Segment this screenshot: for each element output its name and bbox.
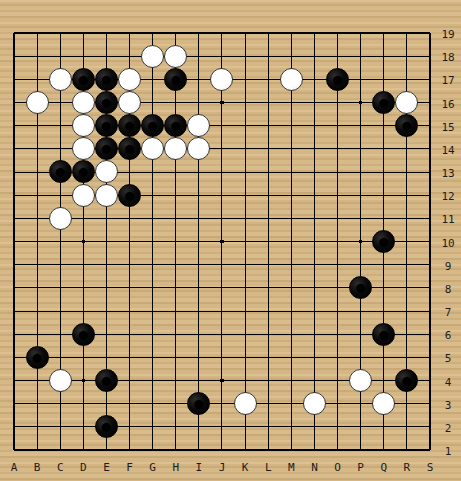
intersection-e16[interactable]: ●: [95, 91, 118, 114]
intersection-p11[interactable]: [349, 207, 372, 230]
intersection-h4[interactable]: [164, 369, 187, 392]
intersection-c11[interactable]: ○: [49, 207, 72, 230]
intersection-p17[interactable]: [349, 68, 372, 91]
intersection-i10[interactable]: [187, 230, 210, 253]
intersection-i17[interactable]: [187, 68, 210, 91]
intersection-e3[interactable]: [95, 392, 118, 415]
intersection-h3[interactable]: [164, 392, 187, 415]
intersection-g8[interactable]: [141, 276, 164, 299]
intersection-e1[interactable]: [95, 438, 118, 461]
intersection-r15[interactable]: ●: [395, 114, 418, 137]
intersection-q11[interactable]: [372, 207, 395, 230]
intersection-k2[interactable]: [233, 415, 256, 438]
intersection-l13[interactable]: [257, 160, 280, 183]
intersection-m18[interactable]: [280, 45, 303, 68]
intersection-i11[interactable]: [187, 207, 210, 230]
intersection-r4[interactable]: ●: [395, 369, 418, 392]
intersection-c9[interactable]: [49, 253, 72, 276]
intersection-a14[interactable]: [2, 137, 25, 160]
intersection-c2[interactable]: [49, 415, 72, 438]
intersection-g6[interactable]: [141, 322, 164, 345]
intersection-m13[interactable]: [280, 160, 303, 183]
intersection-e2[interactable]: ●: [95, 415, 118, 438]
intersection-l9[interactable]: [257, 253, 280, 276]
intersection-k12[interactable]: [233, 183, 256, 206]
intersection-e8[interactable]: [95, 276, 118, 299]
intersection-i13[interactable]: [187, 160, 210, 183]
intersection-l2[interactable]: [257, 415, 280, 438]
intersection-l4[interactable]: [257, 369, 280, 392]
intersection-g2[interactable]: [141, 415, 164, 438]
intersection-d17[interactable]: ●: [72, 68, 95, 91]
intersection-n7[interactable]: [303, 299, 326, 322]
intersection-g7[interactable]: [141, 299, 164, 322]
intersection-p16[interactable]: [349, 91, 372, 114]
intersection-n5[interactable]: [303, 346, 326, 369]
intersection-l6[interactable]: [257, 322, 280, 345]
intersection-c19[interactable]: [49, 21, 72, 44]
intersection-q16[interactable]: ●: [372, 91, 395, 114]
intersection-a13[interactable]: [2, 160, 25, 183]
intersection-b12[interactable]: [26, 183, 49, 206]
intersection-j11[interactable]: [210, 207, 233, 230]
intersection-o14[interactable]: [326, 137, 349, 160]
intersection-r6[interactable]: [395, 322, 418, 345]
intersection-f9[interactable]: [118, 253, 141, 276]
intersection-p4[interactable]: ○: [349, 369, 372, 392]
intersection-k6[interactable]: [233, 322, 256, 345]
intersection-k8[interactable]: [233, 276, 256, 299]
intersection-k9[interactable]: [233, 253, 256, 276]
intersection-c15[interactable]: [49, 114, 72, 137]
intersection-l19[interactable]: [257, 21, 280, 44]
intersection-m5[interactable]: [280, 346, 303, 369]
intersection-s18[interactable]: [418, 45, 441, 68]
intersection-k19[interactable]: [233, 21, 256, 44]
intersection-q12[interactable]: [372, 183, 395, 206]
intersection-j2[interactable]: [210, 415, 233, 438]
intersection-a11[interactable]: [2, 207, 25, 230]
intersection-g16[interactable]: [141, 91, 164, 114]
intersection-k1[interactable]: [233, 438, 256, 461]
intersection-s10[interactable]: [418, 230, 441, 253]
intersection-o15[interactable]: [326, 114, 349, 137]
intersection-r16[interactable]: ○: [395, 91, 418, 114]
intersection-j9[interactable]: [210, 253, 233, 276]
intersection-c13[interactable]: ●: [49, 160, 72, 183]
intersection-h7[interactable]: [164, 299, 187, 322]
intersection-n19[interactable]: [303, 21, 326, 44]
intersection-l15[interactable]: [257, 114, 280, 137]
intersection-o3[interactable]: [326, 392, 349, 415]
intersection-s11[interactable]: [418, 207, 441, 230]
intersection-f10[interactable]: [118, 230, 141, 253]
intersection-s2[interactable]: [418, 415, 441, 438]
intersection-d7[interactable]: [72, 299, 95, 322]
intersection-b14[interactable]: [26, 137, 49, 160]
intersection-n17[interactable]: [303, 68, 326, 91]
intersection-k18[interactable]: [233, 45, 256, 68]
intersection-g17[interactable]: [141, 68, 164, 91]
intersection-e11[interactable]: [95, 207, 118, 230]
intersection-b11[interactable]: [26, 207, 49, 230]
intersection-q8[interactable]: [372, 276, 395, 299]
intersection-j5[interactable]: [210, 346, 233, 369]
intersection-e4[interactable]: ●: [95, 369, 118, 392]
intersection-k16[interactable]: [233, 91, 256, 114]
intersection-a19[interactable]: [2, 21, 25, 44]
intersection-q5[interactable]: [372, 346, 395, 369]
intersection-e10[interactable]: [95, 230, 118, 253]
intersection-d12[interactable]: ○: [72, 183, 95, 206]
intersection-h15[interactable]: ●: [164, 114, 187, 137]
intersection-c8[interactable]: [49, 276, 72, 299]
intersection-s1[interactable]: [418, 438, 441, 461]
intersection-n15[interactable]: [303, 114, 326, 137]
intersection-e19[interactable]: [95, 21, 118, 44]
intersection-g9[interactable]: [141, 253, 164, 276]
intersection-i9[interactable]: [187, 253, 210, 276]
intersection-i18[interactable]: [187, 45, 210, 68]
intersection-n6[interactable]: [303, 322, 326, 345]
intersection-f8[interactable]: [118, 276, 141, 299]
intersection-b8[interactable]: [26, 276, 49, 299]
intersection-j6[interactable]: [210, 322, 233, 345]
intersection-m12[interactable]: [280, 183, 303, 206]
intersection-p19[interactable]: [349, 21, 372, 44]
intersection-g13[interactable]: [141, 160, 164, 183]
intersection-r11[interactable]: [395, 207, 418, 230]
intersection-d3[interactable]: [72, 392, 95, 415]
intersection-l12[interactable]: [257, 183, 280, 206]
intersection-f13[interactable]: [118, 160, 141, 183]
intersection-b9[interactable]: [26, 253, 49, 276]
intersection-q9[interactable]: [372, 253, 395, 276]
intersection-c17[interactable]: ○: [49, 68, 72, 91]
intersection-r7[interactable]: [395, 299, 418, 322]
intersection-i4[interactable]: [187, 369, 210, 392]
intersection-l7[interactable]: [257, 299, 280, 322]
intersection-r3[interactable]: [395, 392, 418, 415]
intersection-o6[interactable]: [326, 322, 349, 345]
intersection-k4[interactable]: [233, 369, 256, 392]
intersection-h18[interactable]: ○: [164, 45, 187, 68]
intersection-d5[interactable]: [72, 346, 95, 369]
intersection-g5[interactable]: [141, 346, 164, 369]
intersection-j17[interactable]: ○: [210, 68, 233, 91]
intersection-p12[interactable]: [349, 183, 372, 206]
intersection-h13[interactable]: [164, 160, 187, 183]
intersection-s13[interactable]: [418, 160, 441, 183]
intersection-j13[interactable]: [210, 160, 233, 183]
intersection-r14[interactable]: [395, 137, 418, 160]
intersection-o8[interactable]: [326, 276, 349, 299]
intersection-j12[interactable]: [210, 183, 233, 206]
intersection-f11[interactable]: [118, 207, 141, 230]
intersection-b3[interactable]: [26, 392, 49, 415]
intersection-i19[interactable]: [187, 21, 210, 44]
intersection-c14[interactable]: [49, 137, 72, 160]
intersection-c10[interactable]: [49, 230, 72, 253]
intersection-q4[interactable]: [372, 369, 395, 392]
intersection-m11[interactable]: [280, 207, 303, 230]
intersection-h2[interactable]: [164, 415, 187, 438]
intersection-d16[interactable]: ○: [72, 91, 95, 114]
intersection-l8[interactable]: [257, 276, 280, 299]
intersection-p14[interactable]: [349, 137, 372, 160]
intersection-b6[interactable]: [26, 322, 49, 345]
intersection-f1[interactable]: [118, 438, 141, 461]
intersection-a8[interactable]: [2, 276, 25, 299]
intersection-s4[interactable]: [418, 369, 441, 392]
intersection-k15[interactable]: [233, 114, 256, 137]
intersection-b18[interactable]: [26, 45, 49, 68]
intersection-m14[interactable]: [280, 137, 303, 160]
intersection-r19[interactable]: [395, 21, 418, 44]
intersection-f7[interactable]: [118, 299, 141, 322]
intersection-l17[interactable]: [257, 68, 280, 91]
intersection-a5[interactable]: [2, 346, 25, 369]
intersection-m17[interactable]: ○: [280, 68, 303, 91]
intersection-r1[interactable]: [395, 438, 418, 461]
intersection-e15[interactable]: ●: [95, 114, 118, 137]
intersection-p9[interactable]: [349, 253, 372, 276]
intersection-s7[interactable]: [418, 299, 441, 322]
intersection-k13[interactable]: [233, 160, 256, 183]
intersection-h10[interactable]: [164, 230, 187, 253]
intersection-r8[interactable]: [395, 276, 418, 299]
intersection-f14[interactable]: ●: [118, 137, 141, 160]
intersection-e18[interactable]: [95, 45, 118, 68]
intersection-i1[interactable]: [187, 438, 210, 461]
intersection-j3[interactable]: [210, 392, 233, 415]
intersection-j7[interactable]: [210, 299, 233, 322]
intersection-c5[interactable]: [49, 346, 72, 369]
intersection-o11[interactable]: [326, 207, 349, 230]
intersection-p5[interactable]: [349, 346, 372, 369]
intersection-h17[interactable]: ●: [164, 68, 187, 91]
intersection-o16[interactable]: [326, 91, 349, 114]
intersection-c6[interactable]: [49, 322, 72, 345]
intersection-l16[interactable]: [257, 91, 280, 114]
intersection-m19[interactable]: [280, 21, 303, 44]
intersection-q7[interactable]: [372, 299, 395, 322]
intersection-s6[interactable]: [418, 322, 441, 345]
intersection-n1[interactable]: [303, 438, 326, 461]
intersection-o18[interactable]: [326, 45, 349, 68]
intersection-e17[interactable]: ●: [95, 68, 118, 91]
intersection-h1[interactable]: [164, 438, 187, 461]
intersection-b17[interactable]: [26, 68, 49, 91]
intersection-n9[interactable]: [303, 253, 326, 276]
intersection-i12[interactable]: [187, 183, 210, 206]
intersection-a12[interactable]: [2, 183, 25, 206]
intersection-j4[interactable]: [210, 369, 233, 392]
intersection-j14[interactable]: [210, 137, 233, 160]
intersection-f3[interactable]: [118, 392, 141, 415]
intersection-a18[interactable]: [2, 45, 25, 68]
intersection-k3[interactable]: ○: [233, 392, 256, 415]
intersection-e12[interactable]: ○: [95, 183, 118, 206]
intersection-p15[interactable]: [349, 114, 372, 137]
intersection-p10[interactable]: [349, 230, 372, 253]
intersection-d15[interactable]: ○: [72, 114, 95, 137]
intersection-m1[interactable]: [280, 438, 303, 461]
intersection-n2[interactable]: [303, 415, 326, 438]
intersection-h11[interactable]: [164, 207, 187, 230]
intersection-g4[interactable]: [141, 369, 164, 392]
intersection-o9[interactable]: [326, 253, 349, 276]
intersection-q10[interactable]: ●: [372, 230, 395, 253]
intersection-f18[interactable]: [118, 45, 141, 68]
intersection-p2[interactable]: [349, 415, 372, 438]
intersection-j16[interactable]: [210, 91, 233, 114]
intersection-c7[interactable]: [49, 299, 72, 322]
intersection-r18[interactable]: [395, 45, 418, 68]
intersection-d19[interactable]: [72, 21, 95, 44]
intersection-h5[interactable]: [164, 346, 187, 369]
intersection-m2[interactable]: [280, 415, 303, 438]
intersection-s3[interactable]: [418, 392, 441, 415]
intersection-l11[interactable]: [257, 207, 280, 230]
intersection-n14[interactable]: [303, 137, 326, 160]
intersection-p6[interactable]: [349, 322, 372, 345]
intersection-g1[interactable]: [141, 438, 164, 461]
intersection-a7[interactable]: [2, 299, 25, 322]
intersection-f16[interactable]: ○: [118, 91, 141, 114]
intersection-o4[interactable]: [326, 369, 349, 392]
intersection-k10[interactable]: [233, 230, 256, 253]
intersection-a16[interactable]: [2, 91, 25, 114]
intersection-q2[interactable]: [372, 415, 395, 438]
intersection-r5[interactable]: [395, 346, 418, 369]
intersection-n13[interactable]: [303, 160, 326, 183]
intersection-n10[interactable]: [303, 230, 326, 253]
intersection-n18[interactable]: [303, 45, 326, 68]
intersection-a4[interactable]: [2, 369, 25, 392]
intersection-b15[interactable]: [26, 114, 49, 137]
intersection-h14[interactable]: ○: [164, 137, 187, 160]
intersection-j8[interactable]: [210, 276, 233, 299]
intersection-d11[interactable]: [72, 207, 95, 230]
intersection-a10[interactable]: [2, 230, 25, 253]
intersection-a15[interactable]: [2, 114, 25, 137]
intersection-b10[interactable]: [26, 230, 49, 253]
intersection-f5[interactable]: [118, 346, 141, 369]
go-board[interactable]: ○○○●●○●○○●○○●○●○○●●●●○●○●●○○○●●○○○●○●●●●…: [2, 21, 441, 461]
intersection-q15[interactable]: [372, 114, 395, 137]
intersection-s9[interactable]: [418, 253, 441, 276]
intersection-f15[interactable]: ●: [118, 114, 141, 137]
intersection-i16[interactable]: [187, 91, 210, 114]
intersection-l1[interactable]: [257, 438, 280, 461]
intersection-q13[interactable]: [372, 160, 395, 183]
intersection-g12[interactable]: [141, 183, 164, 206]
intersection-h9[interactable]: [164, 253, 187, 276]
intersection-l3[interactable]: [257, 392, 280, 415]
intersection-b19[interactable]: [26, 21, 49, 44]
intersection-s16[interactable]: [418, 91, 441, 114]
intersection-f19[interactable]: [118, 21, 141, 44]
intersection-k7[interactable]: [233, 299, 256, 322]
intersection-q18[interactable]: [372, 45, 395, 68]
intersection-b1[interactable]: [26, 438, 49, 461]
intersection-h6[interactable]: [164, 322, 187, 345]
intersection-i3[interactable]: ●: [187, 392, 210, 415]
intersection-o2[interactable]: [326, 415, 349, 438]
intersection-m6[interactable]: [280, 322, 303, 345]
intersection-m8[interactable]: [280, 276, 303, 299]
intersection-s8[interactable]: [418, 276, 441, 299]
intersection-n11[interactable]: [303, 207, 326, 230]
intersection-m4[interactable]: [280, 369, 303, 392]
intersection-s14[interactable]: [418, 137, 441, 160]
intersection-i7[interactable]: [187, 299, 210, 322]
intersection-p13[interactable]: [349, 160, 372, 183]
intersection-o13[interactable]: [326, 160, 349, 183]
intersection-d2[interactable]: [72, 415, 95, 438]
intersection-d14[interactable]: ○: [72, 137, 95, 160]
intersection-o10[interactable]: [326, 230, 349, 253]
intersection-i15[interactable]: ○: [187, 114, 210, 137]
intersection-p7[interactable]: [349, 299, 372, 322]
intersection-j1[interactable]: [210, 438, 233, 461]
intersection-n4[interactable]: [303, 369, 326, 392]
intersection-f6[interactable]: [118, 322, 141, 345]
intersection-s5[interactable]: [418, 346, 441, 369]
intersection-b2[interactable]: [26, 415, 49, 438]
intersection-c12[interactable]: [49, 183, 72, 206]
intersection-f4[interactable]: [118, 369, 141, 392]
intersection-h12[interactable]: [164, 183, 187, 206]
intersection-i6[interactable]: [187, 322, 210, 345]
intersection-j18[interactable]: [210, 45, 233, 68]
intersection-d4[interactable]: [72, 369, 95, 392]
intersection-s17[interactable]: [418, 68, 441, 91]
intersection-g3[interactable]: [141, 392, 164, 415]
intersection-o19[interactable]: [326, 21, 349, 44]
intersection-m9[interactable]: [280, 253, 303, 276]
intersection-k14[interactable]: [233, 137, 256, 160]
intersection-d10[interactable]: [72, 230, 95, 253]
intersection-c1[interactable]: [49, 438, 72, 461]
intersection-l10[interactable]: [257, 230, 280, 253]
intersection-i8[interactable]: [187, 276, 210, 299]
intersection-s15[interactable]: [418, 114, 441, 137]
intersection-l14[interactable]: [257, 137, 280, 160]
intersection-a6[interactable]: [2, 322, 25, 345]
intersection-o7[interactable]: [326, 299, 349, 322]
intersection-o1[interactable]: [326, 438, 349, 461]
intersection-g14[interactable]: ○: [141, 137, 164, 160]
intersection-f17[interactable]: ○: [118, 68, 141, 91]
intersection-b5[interactable]: ●: [26, 346, 49, 369]
intersection-d6[interactable]: ●: [72, 322, 95, 345]
intersection-g15[interactable]: ●: [141, 114, 164, 137]
intersection-m16[interactable]: [280, 91, 303, 114]
intersection-h19[interactable]: [164, 21, 187, 44]
intersection-d8[interactable]: [72, 276, 95, 299]
intersection-f12[interactable]: ●: [118, 183, 141, 206]
intersection-l5[interactable]: [257, 346, 280, 369]
intersection-b13[interactable]: [26, 160, 49, 183]
intersection-e13[interactable]: ○: [95, 160, 118, 183]
intersection-f2[interactable]: [118, 415, 141, 438]
intersection-r13[interactable]: [395, 160, 418, 183]
intersection-e5[interactable]: [95, 346, 118, 369]
intersection-e14[interactable]: ●: [95, 137, 118, 160]
intersection-c3[interactable]: [49, 392, 72, 415]
